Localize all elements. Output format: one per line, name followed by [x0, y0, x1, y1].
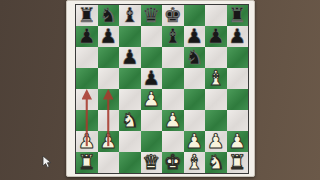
black-pawn-piece: ♟: [207, 26, 225, 47]
square-e4[interactable]: [162, 89, 184, 110]
video-background: ♜♞♝♛♚♜♟♟♝♟♟♟♟♞♟♝♟♞♟♟♟♟♟♟♜♛♚♝♞♜: [0, 0, 320, 180]
square-c2[interactable]: [119, 131, 141, 152]
black-pawn-piece: ♟: [185, 26, 203, 47]
square-b4[interactable]: [98, 89, 120, 110]
square-h3[interactable]: [227, 110, 249, 131]
square-g1[interactable]: ♞: [205, 152, 227, 173]
white-pawn-piece: ♟: [142, 89, 160, 110]
square-h2[interactable]: ♟: [227, 131, 249, 152]
white-pawn-piece: ♟: [164, 110, 182, 131]
square-e5[interactable]: [162, 68, 184, 89]
square-h5[interactable]: [227, 68, 249, 89]
square-d2[interactable]: [141, 131, 163, 152]
square-d5[interactable]: ♟: [141, 68, 163, 89]
square-c3[interactable]: ♞: [119, 110, 141, 131]
square-a2[interactable]: ♟: [76, 131, 98, 152]
square-f4[interactable]: [184, 89, 206, 110]
black-pawn-piece: ♟: [142, 68, 160, 89]
square-a6[interactable]: [76, 47, 98, 68]
square-c5[interactable]: [119, 68, 141, 89]
square-d4[interactable]: ♟: [141, 89, 163, 110]
square-b8[interactable]: ♞: [98, 5, 120, 26]
white-bishop-piece: ♝: [207, 68, 225, 89]
black-queen-piece: ♛: [142, 5, 160, 26]
mouse-cursor: [42, 155, 52, 169]
square-f1[interactable]: ♝: [184, 152, 206, 173]
square-c8[interactable]: ♝: [119, 5, 141, 26]
white-pawn-piece: ♟: [185, 131, 203, 152]
white-queen-piece: ♛: [142, 152, 160, 173]
white-knight-piece: ♞: [207, 152, 225, 173]
black-bishop-piece: ♝: [164, 26, 182, 47]
square-b5[interactable]: [98, 68, 120, 89]
square-e2[interactable]: [162, 131, 184, 152]
square-f3[interactable]: [184, 110, 206, 131]
square-a4[interactable]: [76, 89, 98, 110]
square-d6[interactable]: [141, 47, 163, 68]
square-f8[interactable]: [184, 5, 206, 26]
square-h1[interactable]: ♜: [227, 152, 249, 173]
square-b6[interactable]: [98, 47, 120, 68]
square-e3[interactable]: ♟: [162, 110, 184, 131]
square-f7[interactable]: ♟: [184, 26, 206, 47]
black-king-piece: ♚: [164, 5, 182, 26]
square-a3[interactable]: [76, 110, 98, 131]
square-e1[interactable]: ♚: [162, 152, 184, 173]
square-e8[interactable]: ♚: [162, 5, 184, 26]
square-b3[interactable]: [98, 110, 120, 131]
square-g7[interactable]: ♟: [205, 26, 227, 47]
square-h7[interactable]: ♟: [227, 26, 249, 47]
square-a1[interactable]: ♜: [76, 152, 98, 173]
white-king-piece: ♚: [164, 152, 182, 173]
square-a8[interactable]: ♜: [76, 5, 98, 26]
square-b7[interactable]: ♟: [98, 26, 120, 47]
black-pawn-piece: ♟: [99, 26, 117, 47]
square-h6[interactable]: [227, 47, 249, 68]
square-g8[interactable]: [205, 5, 227, 26]
black-pawn-piece: ♟: [228, 26, 246, 47]
black-pawn-piece: ♟: [121, 47, 139, 68]
square-c4[interactable]: [119, 89, 141, 110]
square-c6[interactable]: ♟: [119, 47, 141, 68]
white-pawn-piece: ♟: [228, 131, 246, 152]
square-g2[interactable]: ♟: [205, 131, 227, 152]
square-a5[interactable]: [76, 68, 98, 89]
white-pawn-piece: ♟: [207, 131, 225, 152]
square-e6[interactable]: [162, 47, 184, 68]
black-bishop-piece: ♝: [121, 5, 139, 26]
square-b2[interactable]: ♟: [98, 131, 120, 152]
square-f6[interactable]: ♞: [184, 47, 206, 68]
square-h4[interactable]: [227, 89, 249, 110]
white-rook-piece: ♜: [228, 152, 246, 173]
white-bishop-piece: ♝: [185, 152, 203, 173]
square-d8[interactable]: ♛: [141, 5, 163, 26]
square-g5[interactable]: ♝: [205, 68, 227, 89]
square-f5[interactable]: [184, 68, 206, 89]
square-h8[interactable]: ♜: [227, 5, 249, 26]
square-a7[interactable]: ♟: [76, 26, 98, 47]
square-c7[interactable]: [119, 26, 141, 47]
white-pawn-piece: ♟: [99, 131, 117, 152]
black-rook-piece: ♜: [228, 5, 246, 26]
square-d3[interactable]: [141, 110, 163, 131]
square-e7[interactable]: ♝: [162, 26, 184, 47]
black-pawn-piece: ♟: [78, 26, 96, 47]
square-f2[interactable]: ♟: [184, 131, 206, 152]
square-g6[interactable]: [205, 47, 227, 68]
square-c1[interactable]: [119, 152, 141, 173]
square-b1[interactable]: [98, 152, 120, 173]
white-pawn-piece: ♟: [78, 131, 96, 152]
square-d7[interactable]: [141, 26, 163, 47]
square-g4[interactable]: [205, 89, 227, 110]
black-knight-piece: ♞: [185, 47, 203, 68]
chess-board: ♜♞♝♛♚♜♟♟♝♟♟♟♟♞♟♝♟♞♟♟♟♟♟♟♜♛♚♝♞♜: [75, 4, 249, 174]
white-knight-piece: ♞: [121, 110, 139, 131]
white-rook-piece: ♜: [78, 152, 96, 173]
black-rook-piece: ♜: [78, 5, 96, 26]
square-g3[interactable]: [205, 110, 227, 131]
square-d1[interactable]: ♛: [141, 152, 163, 173]
black-knight-piece: ♞: [99, 5, 117, 26]
